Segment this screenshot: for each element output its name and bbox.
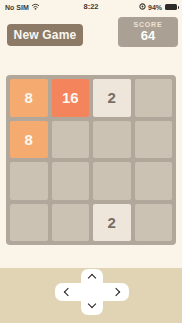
tile-cell: 8	[10, 121, 48, 159]
tile-cell	[135, 162, 173, 200]
wifi-icon	[31, 3, 40, 11]
new-game-button[interactable]: New Game	[7, 24, 83, 46]
chevron-up-icon	[88, 274, 96, 282]
tile-cell	[52, 204, 90, 242]
tile-cell	[93, 121, 131, 159]
clock-label: 8:22	[83, 0, 98, 14]
dpad-right-button[interactable]	[111, 286, 123, 298]
dpad-down-button[interactable]	[86, 301, 98, 313]
dpad-left-button[interactable]	[61, 286, 73, 298]
score-badge: SCORE 64	[118, 17, 178, 47]
chevron-left-icon	[64, 288, 72, 296]
tile-cell	[10, 204, 48, 242]
chevron-down-icon	[88, 300, 96, 308]
tile-cell	[135, 121, 173, 159]
carrier-label: No SIM	[5, 4, 29, 11]
orientation-lock-icon	[139, 3, 146, 11]
status-bar: No SIM 8:22 94%	[0, 0, 182, 14]
tile-cell: 16	[52, 79, 90, 117]
tile-cell	[52, 121, 90, 159]
status-right: 94%	[139, 3, 177, 11]
tile-cell: 2	[93, 204, 131, 242]
tile-cell	[135, 204, 173, 242]
tile-cell	[10, 162, 48, 200]
score-value: 64	[141, 29, 155, 43]
dpad-up-button[interactable]	[86, 271, 98, 283]
battery-icon	[165, 4, 177, 10]
dpad	[55, 269, 129, 315]
tile-cell	[93, 162, 131, 200]
tile-cell	[52, 162, 90, 200]
chevron-right-icon	[112, 288, 120, 296]
app-screen: No SIM 8:22 94% New Game SCORE	[0, 0, 182, 323]
battery-percent-label: 94%	[148, 4, 162, 11]
game-board: 8 16 2 8 2	[6, 75, 176, 245]
status-left: No SIM	[5, 3, 40, 11]
tile-cell: 8	[10, 79, 48, 117]
tile-cell: 2	[93, 79, 131, 117]
tile-cell	[135, 79, 173, 117]
